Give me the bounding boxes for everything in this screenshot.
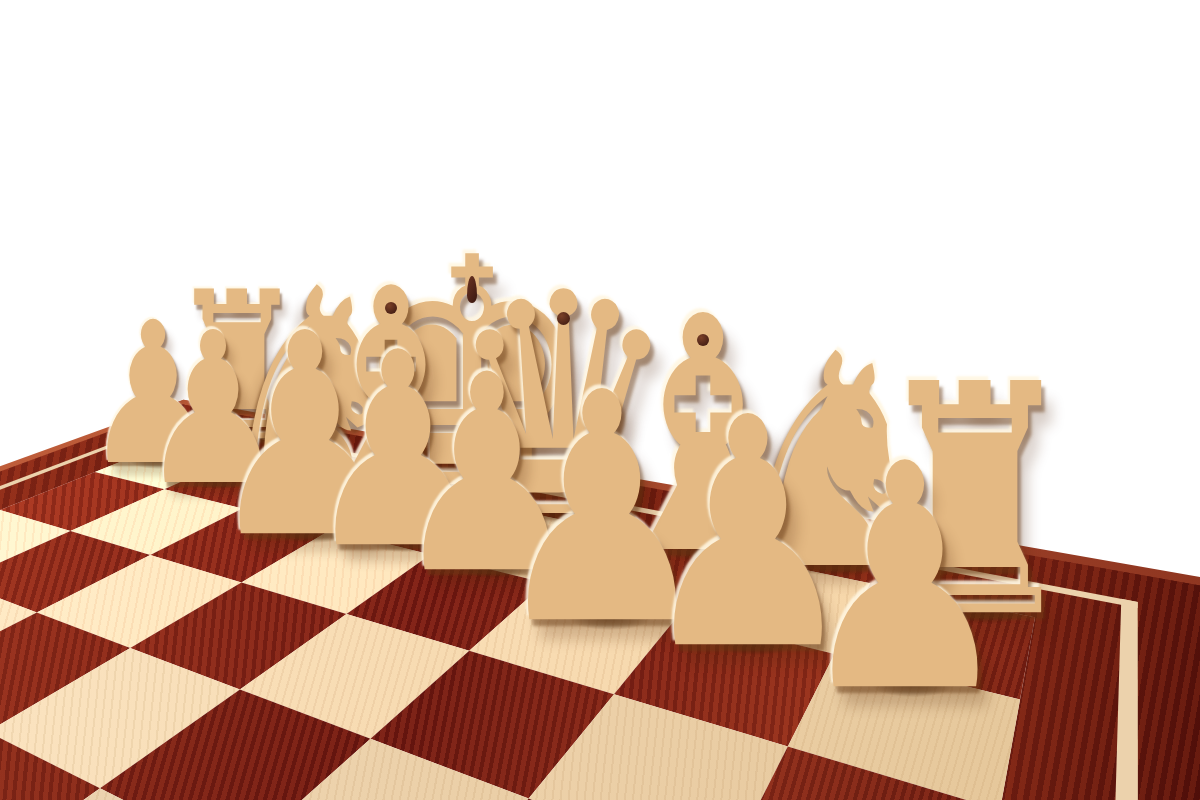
chess-set-photo: ♜♟♞♟♚♝♛♟♟♝♞♟♜♟♟♟ [0,0,1200,800]
pawn-glyph-icon: ♟ [796,424,1013,735]
